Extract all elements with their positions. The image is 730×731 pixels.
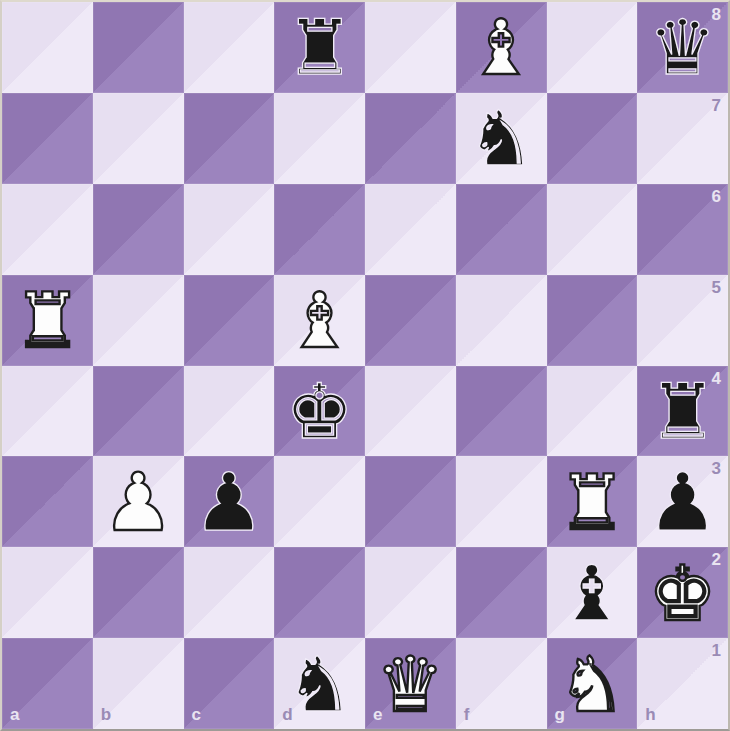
- white-bishop[interactable]: ♝: [286, 283, 354, 359]
- file-label-b: b: [101, 705, 111, 725]
- square-h8[interactable]: ♛8: [637, 2, 728, 93]
- black-knight[interactable]: ♞: [467, 101, 535, 177]
- black-pawn[interactable]: ♟: [193, 463, 265, 543]
- square-f8[interactable]: ♝: [456, 2, 547, 93]
- square-b8[interactable]: [93, 2, 184, 93]
- square-b6[interactable]: [93, 184, 184, 275]
- square-h1[interactable]: h1: [637, 638, 728, 729]
- white-bishop[interactable]: ♝: [467, 10, 535, 86]
- file-label-h: h: [645, 705, 655, 725]
- square-f1[interactable]: f: [456, 638, 547, 729]
- rank-label-6: 6: [712, 187, 721, 207]
- square-g2[interactable]: ♝: [547, 547, 638, 638]
- black-pawn[interactable]: ♟: [647, 463, 719, 543]
- square-f3[interactable]: [456, 456, 547, 547]
- square-b5[interactable]: [93, 275, 184, 366]
- black-bishop[interactable]: ♝: [558, 556, 626, 632]
- square-a2[interactable]: [2, 547, 93, 638]
- square-e8[interactable]: [365, 2, 456, 93]
- square-e2[interactable]: [365, 547, 456, 638]
- square-a7[interactable]: [2, 93, 93, 184]
- square-a4[interactable]: [2, 366, 93, 457]
- white-pawn[interactable]: ♟: [102, 463, 174, 543]
- square-c8[interactable]: [184, 2, 275, 93]
- square-a1[interactable]: a: [2, 638, 93, 729]
- square-d5[interactable]: ♝: [274, 275, 365, 366]
- square-e1[interactable]: ♛e: [365, 638, 456, 729]
- square-a5[interactable]: ♜: [2, 275, 93, 366]
- square-b2[interactable]: [93, 547, 184, 638]
- rank-label-5: 5: [712, 278, 721, 298]
- square-d1[interactable]: ♞d: [274, 638, 365, 729]
- square-c1[interactable]: c: [184, 638, 275, 729]
- square-b4[interactable]: [93, 366, 184, 457]
- square-c5[interactable]: [184, 275, 275, 366]
- white-rook[interactable]: ♜: [13, 283, 81, 359]
- square-d4[interactable]: ♚: [274, 366, 365, 457]
- square-h5[interactable]: 5: [637, 275, 728, 366]
- square-g6[interactable]: [547, 184, 638, 275]
- square-h2[interactable]: ♚2: [637, 547, 728, 638]
- square-g7[interactable]: [547, 93, 638, 184]
- square-f2[interactable]: [456, 547, 547, 638]
- square-e3[interactable]: [365, 456, 456, 547]
- white-rook[interactable]: ♜: [558, 465, 626, 541]
- white-queen[interactable]: ♛: [376, 647, 444, 723]
- black-knight[interactable]: ♞: [286, 647, 354, 723]
- square-f4[interactable]: [456, 366, 547, 457]
- black-rook[interactable]: ♜: [649, 374, 717, 450]
- square-b3[interactable]: ♟: [93, 456, 184, 547]
- square-f6[interactable]: [456, 184, 547, 275]
- square-c7[interactable]: [184, 93, 275, 184]
- square-a8[interactable]: [2, 2, 93, 93]
- square-c6[interactable]: [184, 184, 275, 275]
- square-e7[interactable]: [365, 93, 456, 184]
- square-d6[interactable]: [274, 184, 365, 275]
- black-queen[interactable]: ♛: [649, 10, 717, 86]
- black-rook[interactable]: ♜: [286, 10, 354, 86]
- square-e6[interactable]: [365, 184, 456, 275]
- square-g1[interactable]: ♞g: [547, 638, 638, 729]
- square-f7[interactable]: ♞: [456, 93, 547, 184]
- file-label-f: f: [464, 705, 470, 725]
- black-king[interactable]: ♚: [286, 374, 354, 450]
- square-c4[interactable]: [184, 366, 275, 457]
- square-b7[interactable]: [93, 93, 184, 184]
- square-g8[interactable]: [547, 2, 638, 93]
- square-g4[interactable]: [547, 366, 638, 457]
- square-c3[interactable]: ♟: [184, 456, 275, 547]
- square-h4[interactable]: ♜4: [637, 366, 728, 457]
- white-knight[interactable]: ♞: [558, 647, 626, 723]
- chess-board-frame: ♜♝♛8♞76♜♝5♚♜4♟♟♜♟3♝♚2abc♞d♛ef♞gh1: [0, 0, 730, 731]
- square-e4[interactable]: [365, 366, 456, 457]
- square-e5[interactable]: [365, 275, 456, 366]
- square-f5[interactable]: [456, 275, 547, 366]
- rank-label-1: 1: [712, 641, 721, 661]
- file-label-a: a: [10, 705, 19, 725]
- square-d2[interactable]: [274, 547, 365, 638]
- rank-label-7: 7: [712, 96, 721, 116]
- chess-board: ♜♝♛8♞76♜♝5♚♜4♟♟♜♟3♝♚2abc♞d♛ef♞gh1: [2, 2, 728, 729]
- square-g5[interactable]: [547, 275, 638, 366]
- square-h7[interactable]: 7: [637, 93, 728, 184]
- file-label-c: c: [192, 705, 201, 725]
- square-c2[interactable]: [184, 547, 275, 638]
- square-h6[interactable]: 6: [637, 184, 728, 275]
- white-king[interactable]: ♚: [649, 556, 717, 632]
- square-d3[interactable]: [274, 456, 365, 547]
- square-a3[interactable]: [2, 456, 93, 547]
- square-d7[interactable]: [274, 93, 365, 184]
- square-d8[interactable]: ♜: [274, 2, 365, 93]
- square-a6[interactable]: [2, 184, 93, 275]
- square-h3[interactable]: ♟3: [637, 456, 728, 547]
- square-b1[interactable]: b: [93, 638, 184, 729]
- square-g3[interactable]: ♜: [547, 456, 638, 547]
